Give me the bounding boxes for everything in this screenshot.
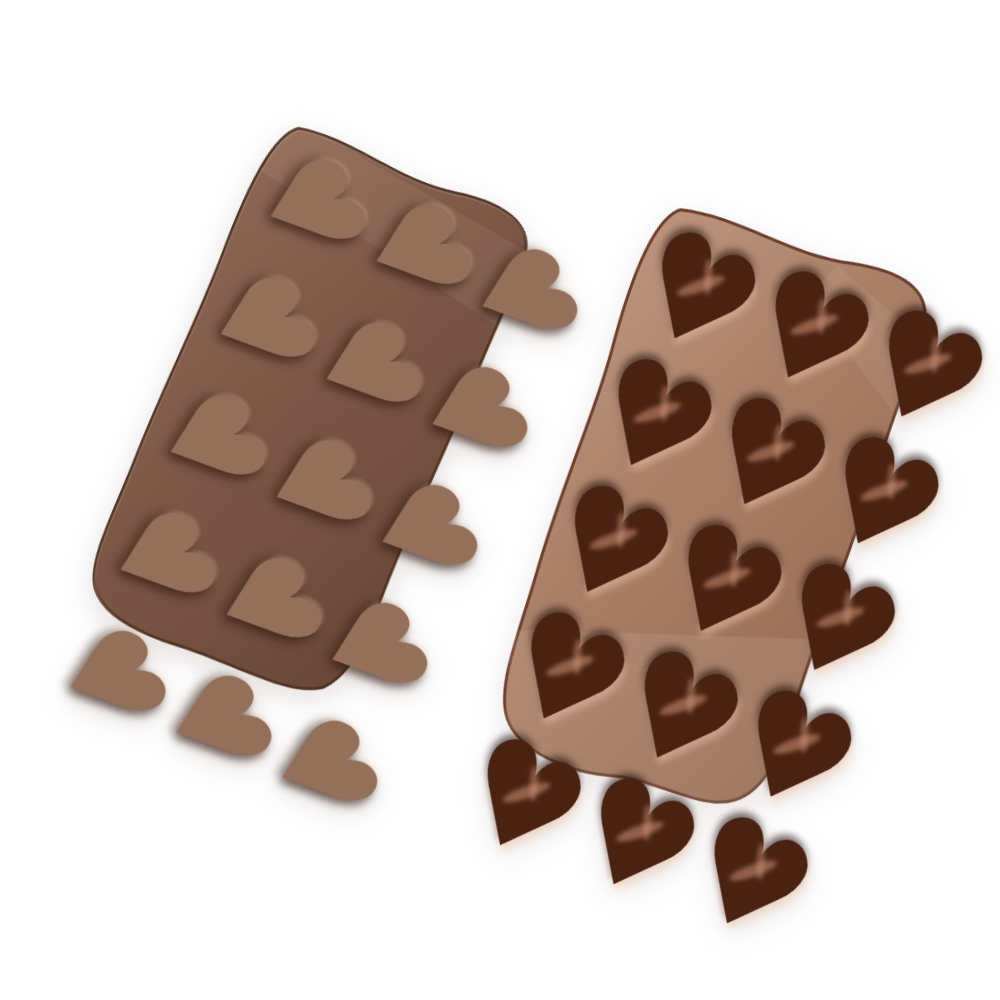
- left-mold-grid: ♥♥♥♥♥♥♥♥♥♥♥♥♥♥♥: [85, 124, 533, 697]
- mold-back-side: ♥♥♥♥♥♥♥♥♥♥♥♥♥♥♥: [64, 102, 548, 719]
- product-photo: ♥♥♥♥♥♥♥♥♥♥♥♥♥♥♥ ♥♥♥♥♥♥♥♥♥♥♥♥♥♥♥: [0, 0, 1000, 1000]
